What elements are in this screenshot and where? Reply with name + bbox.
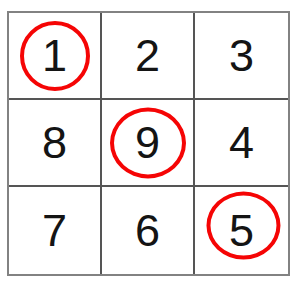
grid-cell[interactable]: 2 — [102, 13, 195, 100]
cell-number: 8 — [42, 120, 67, 165]
cell-number: 6 — [135, 208, 160, 253]
cell-number: 5 — [229, 208, 254, 253]
puzzle-grid: 123894765 — [7, 11, 290, 276]
cell-number: 7 — [42, 208, 67, 253]
cell-number: 9 — [135, 120, 160, 165]
cell-number: 2 — [135, 33, 160, 78]
grid-cell[interactable]: 9 — [102, 100, 195, 187]
grid-cell[interactable]: 5 — [195, 187, 288, 274]
cell-number: 3 — [229, 33, 254, 78]
grid-cell[interactable]: 3 — [195, 13, 288, 100]
grid-cell[interactable]: 1 — [9, 13, 102, 100]
grid-cell[interactable]: 6 — [102, 187, 195, 274]
grid-cell[interactable]: 4 — [195, 100, 288, 187]
cell-number: 4 — [229, 120, 254, 165]
grid-cell[interactable]: 8 — [9, 100, 102, 187]
grid-cell[interactable]: 7 — [9, 187, 102, 274]
cell-number: 1 — [42, 33, 67, 78]
